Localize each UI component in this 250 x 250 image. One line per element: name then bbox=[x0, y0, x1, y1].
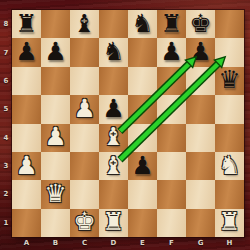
square-h1[interactable]: ♜ bbox=[215, 209, 244, 237]
rank-label-6: 6 bbox=[2, 77, 10, 85]
file-label-b: B bbox=[53, 239, 58, 247]
square-e4[interactable] bbox=[128, 124, 157, 152]
piece-white-bishop-d3[interactable]: ♝ bbox=[102, 153, 124, 178]
square-g4[interactable] bbox=[186, 124, 215, 152]
rank-label-1: 1 bbox=[2, 219, 10, 227]
square-g7[interactable]: ♟ bbox=[186, 38, 215, 66]
piece-black-knight-d7[interactable]: ♞ bbox=[102, 39, 124, 64]
file-label-d: D bbox=[111, 239, 117, 247]
square-e1[interactable] bbox=[128, 209, 157, 237]
square-f2[interactable] bbox=[157, 180, 186, 208]
square-b6[interactable] bbox=[41, 67, 70, 95]
square-a2[interactable] bbox=[12, 180, 41, 208]
square-d8[interactable] bbox=[99, 10, 128, 38]
square-d3[interactable]: ♝ bbox=[99, 152, 128, 180]
piece-white-knight-h3[interactable]: ♞ bbox=[218, 153, 240, 178]
square-d6[interactable] bbox=[99, 67, 128, 95]
file-label-a: A bbox=[24, 239, 29, 247]
square-h4[interactable] bbox=[215, 124, 244, 152]
square-a6[interactable] bbox=[12, 67, 41, 95]
square-g2[interactable] bbox=[186, 180, 215, 208]
file-label-e: E bbox=[140, 239, 145, 247]
square-g3[interactable] bbox=[186, 152, 215, 180]
square-b1[interactable] bbox=[41, 209, 70, 237]
square-c2[interactable] bbox=[70, 180, 99, 208]
piece-white-queen-b2[interactable]: ♛ bbox=[44, 181, 66, 206]
square-e5[interactable] bbox=[128, 95, 157, 123]
square-h6[interactable]: ♛ bbox=[215, 67, 244, 95]
square-b2[interactable]: ♛ bbox=[41, 180, 70, 208]
square-a7[interactable]: ♟ bbox=[12, 38, 41, 66]
square-g5[interactable] bbox=[186, 95, 215, 123]
square-e2[interactable] bbox=[128, 180, 157, 208]
piece-black-pawn-f7[interactable]: ♟ bbox=[160, 39, 182, 64]
file-label-g: G bbox=[198, 239, 204, 247]
piece-white-rook-d1[interactable]: ♜ bbox=[102, 209, 124, 234]
piece-black-pawn-d5[interactable]: ♟ bbox=[102, 96, 124, 121]
square-c6[interactable] bbox=[70, 67, 99, 95]
square-f5[interactable] bbox=[157, 95, 186, 123]
rank-label-7: 7 bbox=[2, 49, 10, 57]
piece-white-rook-h1[interactable]: ♜ bbox=[218, 209, 240, 234]
square-e3[interactable]: ♟ bbox=[128, 152, 157, 180]
square-h7[interactable] bbox=[215, 38, 244, 66]
square-g8[interactable]: ♚ bbox=[186, 10, 215, 38]
square-b3[interactable] bbox=[41, 152, 70, 180]
piece-black-rook-a8[interactable]: ♜ bbox=[15, 11, 37, 36]
square-g1[interactable] bbox=[186, 209, 215, 237]
square-c1[interactable]: ♚ bbox=[70, 209, 99, 237]
square-a8[interactable]: ♜ bbox=[12, 10, 41, 38]
square-b5[interactable] bbox=[41, 95, 70, 123]
piece-white-pawn-b4[interactable]: ♟ bbox=[44, 124, 66, 149]
square-b7[interactable]: ♟ bbox=[41, 38, 70, 66]
file-label-c: C bbox=[82, 239, 87, 247]
square-f1[interactable] bbox=[157, 209, 186, 237]
square-f3[interactable] bbox=[157, 152, 186, 180]
piece-black-pawn-e3[interactable]: ♟ bbox=[131, 153, 153, 178]
square-e7[interactable] bbox=[128, 38, 157, 66]
square-d5[interactable]: ♟ bbox=[99, 95, 128, 123]
piece-black-rook-f8[interactable]: ♜ bbox=[160, 11, 182, 36]
piece-black-knight-e8[interactable]: ♞ bbox=[131, 11, 153, 36]
square-f4[interactable] bbox=[157, 124, 186, 152]
square-d4[interactable]: ♝ bbox=[99, 124, 128, 152]
square-c8[interactable]: ♝ bbox=[70, 10, 99, 38]
square-a1[interactable] bbox=[12, 209, 41, 237]
piece-black-king-g8[interactable]: ♚ bbox=[189, 11, 211, 36]
piece-black-queen-h6[interactable]: ♛ bbox=[218, 67, 240, 92]
square-c4[interactable] bbox=[70, 124, 99, 152]
square-f6[interactable] bbox=[157, 67, 186, 95]
square-d2[interactable] bbox=[99, 180, 128, 208]
rank-label-3: 3 bbox=[2, 162, 10, 170]
piece-black-bishop-c8[interactable]: ♝ bbox=[73, 11, 95, 36]
rank-label-4: 4 bbox=[2, 134, 10, 142]
square-c5[interactable]: ♟ bbox=[70, 95, 99, 123]
square-e8[interactable]: ♞ bbox=[128, 10, 157, 38]
square-c7[interactable] bbox=[70, 38, 99, 66]
square-d1[interactable]: ♜ bbox=[99, 209, 128, 237]
square-c3[interactable] bbox=[70, 152, 99, 180]
square-f7[interactable]: ♟ bbox=[157, 38, 186, 66]
square-h5[interactable] bbox=[215, 95, 244, 123]
rank-label-2: 2 bbox=[2, 190, 10, 198]
rank-label-8: 8 bbox=[2, 20, 10, 28]
square-h2[interactable] bbox=[215, 180, 244, 208]
chess-board-widget: ♜♝♞♜♚♟♟♞♟♟♛♟♟♟♝♟♝♟♞♛♚♜♜ 87654321ABCDEFGH bbox=[0, 0, 250, 250]
piece-black-pawn-b7[interactable]: ♟ bbox=[44, 39, 66, 64]
square-d7[interactable]: ♞ bbox=[99, 38, 128, 66]
square-a4[interactable] bbox=[12, 124, 41, 152]
file-label-f: F bbox=[169, 239, 174, 247]
piece-white-pawn-a3[interactable]: ♟ bbox=[15, 153, 37, 178]
square-g6[interactable] bbox=[186, 67, 215, 95]
piece-black-pawn-a7[interactable]: ♟ bbox=[15, 39, 37, 64]
square-f8[interactable]: ♜ bbox=[157, 10, 186, 38]
piece-black-pawn-g7[interactable]: ♟ bbox=[189, 39, 211, 64]
chess-board[interactable]: ♜♝♞♜♚♟♟♞♟♟♛♟♟♟♝♟♝♟♞♛♚♜♜ bbox=[12, 10, 244, 237]
rank-label-5: 5 bbox=[2, 105, 10, 113]
square-a3[interactable]: ♟ bbox=[12, 152, 41, 180]
square-h8[interactable] bbox=[215, 10, 244, 38]
file-label-h: H bbox=[227, 239, 233, 247]
piece-white-king-c1[interactable]: ♚ bbox=[73, 209, 95, 234]
square-h3[interactable]: ♞ bbox=[215, 152, 244, 180]
piece-white-pawn-c5[interactable]: ♟ bbox=[73, 96, 95, 121]
square-b8[interactable] bbox=[41, 10, 70, 38]
square-e6[interactable] bbox=[128, 67, 157, 95]
piece-white-bishop-d4[interactable]: ♝ bbox=[102, 124, 124, 149]
square-b4[interactable]: ♟ bbox=[41, 124, 70, 152]
square-a5[interactable] bbox=[12, 95, 41, 123]
